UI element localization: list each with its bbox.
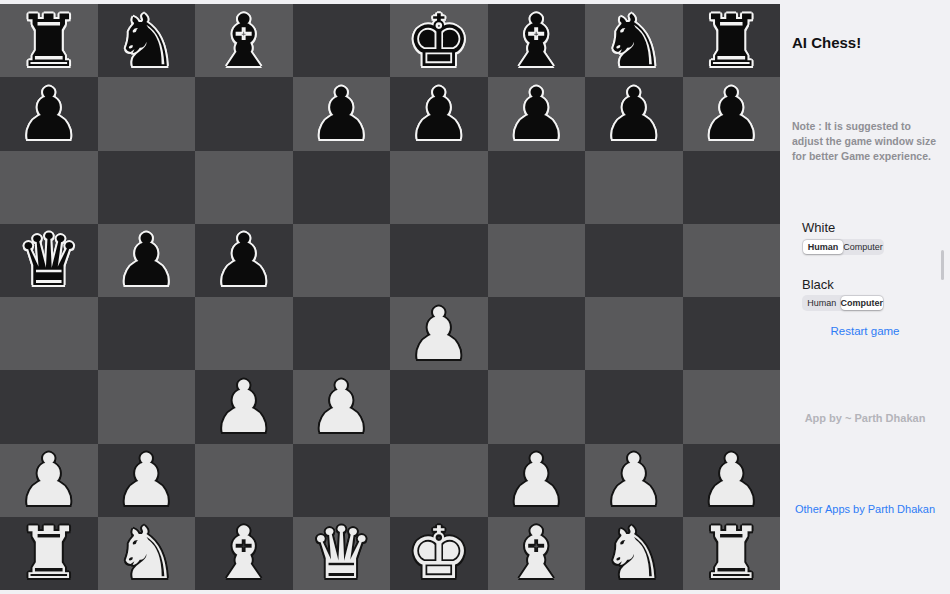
square-f6[interactable] [488,151,586,224]
square-g2[interactable]: ♟ [585,444,683,517]
square-g4[interactable] [585,297,683,370]
white-player-label: White [802,220,835,235]
piece-black-pawn: ♟ [309,78,374,150]
square-h2[interactable]: ♟ [683,444,781,517]
square-b8[interactable]: ♞ [98,4,196,77]
square-h8[interactable]: ♜ [683,4,781,77]
square-b4[interactable] [98,297,196,370]
piece-white-pawn: ♟ [114,444,179,516]
square-g6[interactable] [585,151,683,224]
square-b6[interactable] [98,151,196,224]
square-b1[interactable]: ♞ [98,517,196,590]
square-c1[interactable]: ♝ [195,517,293,590]
piece-black-pawn: ♟ [211,224,276,296]
square-e4[interactable]: ♟ [390,297,488,370]
square-d2[interactable] [293,444,391,517]
square-g1[interactable]: ♞ [585,517,683,590]
piece-white-pawn: ♟ [309,371,374,443]
square-d3[interactable]: ♟ [293,370,391,443]
square-h4[interactable] [683,297,781,370]
piece-black-bishop: ♝ [211,5,276,77]
square-e7[interactable]: ♟ [390,77,488,150]
square-b7[interactable] [98,77,196,150]
square-e1[interactable]: ♚ [390,517,488,590]
square-d7[interactable]: ♟ [293,77,391,150]
square-f2[interactable]: ♟ [488,444,586,517]
square-f3[interactable] [488,370,586,443]
square-a4[interactable] [0,297,98,370]
black-computer-button[interactable]: Computer [841,296,884,310]
square-e8[interactable]: ♚ [390,4,488,77]
square-f8[interactable]: ♝ [488,4,586,77]
piece-black-pawn: ♟ [114,224,179,296]
square-d4[interactable] [293,297,391,370]
square-h6[interactable] [683,151,781,224]
piece-black-pawn: ♟ [16,78,81,150]
other-apps-link[interactable]: Other Apps by Parth Dhakan [780,503,950,515]
square-c2[interactable] [195,444,293,517]
piece-white-bishop: ♝ [504,517,569,589]
square-e2[interactable] [390,444,488,517]
square-a6[interactable] [0,151,98,224]
piece-white-pawn: ♟ [406,298,471,370]
square-f1[interactable]: ♝ [488,517,586,590]
square-g3[interactable] [585,370,683,443]
square-c5[interactable]: ♟ [195,224,293,297]
square-d6[interactable] [293,151,391,224]
square-e5[interactable] [390,224,488,297]
piece-white-king: ♚ [406,517,471,589]
piece-white-bishop: ♝ [211,517,276,589]
page-title: AI Chess! [792,34,861,51]
square-f4[interactable] [488,297,586,370]
square-c4[interactable] [195,297,293,370]
white-player-segmented-control: Human Computer [802,239,884,255]
restart-game-link[interactable]: Restart game [780,325,950,337]
app-by-credit: App by ~ Parth Dhakan [780,412,950,424]
piece-black-rook: ♜ [699,5,764,77]
piece-black-knight: ♞ [601,5,666,77]
piece-white-rook: ♜ [16,517,81,589]
square-d8[interactable] [293,4,391,77]
chess-board: ♜♞♝♚♝♞♜♟♟♟♟♟♟♛♟♟♟♟♟♟♟♟♟♟♜♞♝♛♚♝♞♜ [0,4,780,590]
square-b2[interactable]: ♟ [98,444,196,517]
square-d5[interactable] [293,224,391,297]
square-b3[interactable] [98,370,196,443]
square-c6[interactable] [195,151,293,224]
piece-white-knight: ♞ [114,517,179,589]
square-e6[interactable] [390,151,488,224]
piece-white-queen: ♛ [309,517,374,589]
window-size-note: Note : It is suggested to adjust the gam… [792,119,942,165]
white-computer-button[interactable]: Computer [843,240,883,254]
black-player-segmented-control: Human Computer [802,295,884,311]
piece-white-pawn: ♟ [699,444,764,516]
piece-white-knight: ♞ [601,517,666,589]
square-e3[interactable] [390,370,488,443]
piece-black-rook: ♜ [16,5,81,77]
square-h1[interactable]: ♜ [683,517,781,590]
piece-black-pawn: ♟ [699,78,764,150]
square-a3[interactable] [0,370,98,443]
piece-white-rook: ♜ [699,517,764,589]
piece-black-knight: ♞ [114,5,179,77]
square-b5[interactable]: ♟ [98,224,196,297]
piece-black-pawn: ♟ [504,78,569,150]
square-a5[interactable]: ♛ [0,224,98,297]
square-f7[interactable]: ♟ [488,77,586,150]
piece-black-bishop: ♝ [504,5,569,77]
piece-white-pawn: ♟ [504,444,569,516]
square-c8[interactable]: ♝ [195,4,293,77]
square-g7[interactable]: ♟ [585,77,683,150]
square-h3[interactable] [683,370,781,443]
square-c7[interactable] [195,77,293,150]
sidebar: AI Chess! Note : It is suggested to adju… [780,0,950,594]
square-f5[interactable] [488,224,586,297]
piece-black-pawn: ♟ [406,78,471,150]
black-player-label: Black [802,277,834,292]
piece-white-pawn: ♟ [16,444,81,516]
piece-white-pawn: ♟ [211,371,276,443]
square-a1[interactable]: ♜ [0,517,98,590]
square-d1[interactable]: ♛ [293,517,391,590]
square-h5[interactable] [683,224,781,297]
piece-white-pawn: ♟ [601,444,666,516]
scrollbar-thumb[interactable] [941,250,944,280]
black-human-button[interactable]: Human [803,296,841,310]
piece-black-pawn: ♟ [601,78,666,150]
white-human-button[interactable]: Human [803,240,843,254]
square-c3[interactable]: ♟ [195,370,293,443]
piece-black-queen: ♛ [16,224,81,296]
square-g8[interactable]: ♞ [585,4,683,77]
piece-black-king: ♚ [406,5,471,77]
square-h7[interactable]: ♟ [683,77,781,150]
square-a8[interactable]: ♜ [0,4,98,77]
square-a7[interactable]: ♟ [0,77,98,150]
square-a2[interactable]: ♟ [0,444,98,517]
square-g5[interactable] [585,224,683,297]
